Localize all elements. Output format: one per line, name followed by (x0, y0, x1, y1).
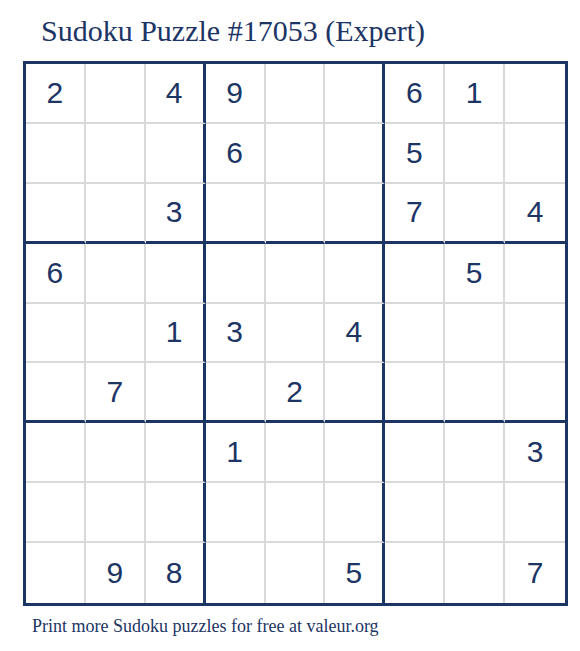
cell-r2c6 (325, 124, 385, 184)
cell-r4c5 (266, 244, 326, 304)
cell-r6c5: 2 (266, 363, 326, 423)
cell-r2c1 (26, 124, 86, 184)
cell-r5c1 (26, 304, 86, 364)
cell-r9c6: 5 (325, 543, 385, 603)
cell-r1c1: 2 (26, 64, 86, 124)
cell-r7c7 (385, 423, 445, 483)
cell-r6c6 (325, 363, 385, 423)
cell-r4c8: 5 (445, 244, 505, 304)
cell-r5c9 (505, 304, 565, 364)
cell-r2c2 (86, 124, 146, 184)
cell-r4c1: 6 (26, 244, 86, 304)
cell-r8c5 (266, 483, 326, 543)
cell-r6c3 (146, 363, 206, 423)
cell-r1c8: 1 (445, 64, 505, 124)
cell-r2c3 (146, 124, 206, 184)
cell-r5c7 (385, 304, 445, 364)
cell-r3c8 (445, 184, 505, 244)
cell-r6c7 (385, 363, 445, 423)
cell-r7c9: 3 (505, 423, 565, 483)
cell-r9c9: 7 (505, 543, 565, 603)
cell-r4c2 (86, 244, 146, 304)
cell-r5c5 (266, 304, 326, 364)
cell-r3c2 (86, 184, 146, 244)
cell-r9c5 (266, 543, 326, 603)
cell-r2c8 (445, 124, 505, 184)
cell-r9c4 (206, 543, 266, 603)
cell-r8c4 (206, 483, 266, 543)
cell-r8c8 (445, 483, 505, 543)
cell-r1c9 (505, 64, 565, 124)
cell-r1c2 (86, 64, 146, 124)
cell-r9c8 (445, 543, 505, 603)
cell-r4c9 (505, 244, 565, 304)
cell-r3c3: 3 (146, 184, 206, 244)
cell-r3c5 (266, 184, 326, 244)
cell-r6c2: 7 (86, 363, 146, 423)
cell-r1c7: 6 (385, 64, 445, 124)
cell-r5c2 (86, 304, 146, 364)
cell-r9c2: 9 (86, 543, 146, 603)
cell-r1c3: 4 (146, 64, 206, 124)
cell-r5c4: 3 (206, 304, 266, 364)
cell-r7c8 (445, 423, 505, 483)
cell-r4c3 (146, 244, 206, 304)
cell-r3c9: 4 (505, 184, 565, 244)
cell-r2c7: 5 (385, 124, 445, 184)
cell-r3c1 (26, 184, 86, 244)
cell-r1c6 (325, 64, 385, 124)
cell-r6c1 (26, 363, 86, 423)
cell-r7c5 (266, 423, 326, 483)
cell-r8c2 (86, 483, 146, 543)
cell-r7c1 (26, 423, 86, 483)
cell-r6c4 (206, 363, 266, 423)
cell-r4c6 (325, 244, 385, 304)
cell-r7c2 (86, 423, 146, 483)
cell-r8c3 (146, 483, 206, 543)
cell-r4c7 (385, 244, 445, 304)
cell-r2c4: 6 (206, 124, 266, 184)
cell-r5c8 (445, 304, 505, 364)
cell-r5c6: 4 (325, 304, 385, 364)
cell-r1c4: 9 (206, 64, 266, 124)
cell-r7c4: 1 (206, 423, 266, 483)
cell-r3c4 (206, 184, 266, 244)
cell-r6c8 (445, 363, 505, 423)
cell-r5c3: 1 (146, 304, 206, 364)
cell-r8c1 (26, 483, 86, 543)
cell-r9c7 (385, 543, 445, 603)
cell-r8c7 (385, 483, 445, 543)
cell-r9c1 (26, 543, 86, 603)
cell-r6c9 (505, 363, 565, 423)
cell-r8c6 (325, 483, 385, 543)
cell-r3c6 (325, 184, 385, 244)
cell-r3c7: 7 (385, 184, 445, 244)
cell-r7c6 (325, 423, 385, 483)
cell-r7c3 (146, 423, 206, 483)
cell-r4c4 (206, 244, 266, 304)
cell-r2c9 (505, 124, 565, 184)
sudoku-page: Sudoku Puzzle #17053 (Expert) 2496165374… (0, 0, 580, 651)
footer-text: Print more Sudoku puzzles for free at va… (32, 616, 379, 637)
cell-r1c5 (266, 64, 326, 124)
cell-r8c9 (505, 483, 565, 543)
page-title: Sudoku Puzzle #17053 (Expert) (41, 14, 425, 48)
sudoku-board: 24961653746513472139857 (23, 61, 568, 606)
cell-r2c5 (266, 124, 326, 184)
cell-r9c3: 8 (146, 543, 206, 603)
